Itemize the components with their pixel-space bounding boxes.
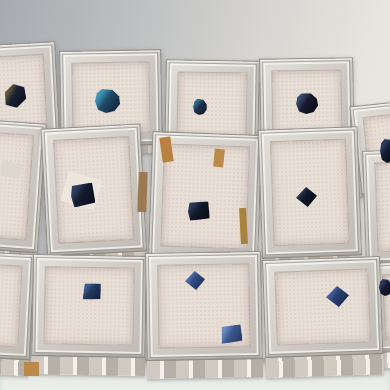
specimen-photo (0, 0, 390, 390)
specimen-box-r3-b4 (262, 256, 384, 378)
foam-insert (374, 162, 390, 253)
box-lid (262, 256, 383, 358)
foam-insert (274, 268, 371, 345)
cardboard-gap (24, 362, 39, 376)
cardboard-gap (213, 149, 225, 168)
foam-insert (43, 266, 134, 346)
blue-crystal (379, 279, 390, 296)
box-lid (145, 251, 263, 361)
box-side-wall (147, 358, 263, 379)
cardboard-gap (137, 172, 147, 212)
box-lid (0, 250, 35, 360)
box-lid (0, 117, 47, 254)
specimen-box-r2-b1 (0, 117, 47, 264)
box-lid (31, 254, 147, 358)
specimen-box-r3-b3 (145, 251, 263, 379)
foam-insert (160, 144, 250, 250)
specimen-box-r3-b2 (31, 254, 147, 376)
foam-insert (176, 71, 247, 140)
box-side-wall (31, 355, 145, 376)
blue-crystal (220, 324, 242, 344)
blue-crystal (83, 283, 102, 301)
box-lid (362, 149, 390, 265)
blue-crystal (188, 201, 211, 222)
box-side-wall (265, 353, 384, 378)
specimen-box-r2-b5 (362, 149, 390, 265)
